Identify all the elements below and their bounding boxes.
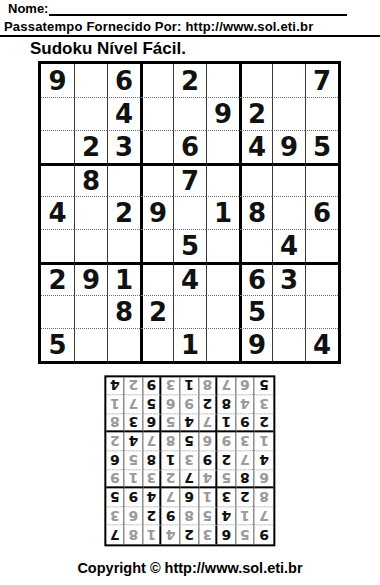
solution-cell-r5c7: 8: [143, 451, 162, 470]
cell-r6c1[interactable]: [41, 229, 74, 262]
solution-cell-r8c4: 2: [199, 396, 218, 415]
solution-cell-r9c5: 1: [180, 377, 199, 396]
cell-r8c7[interactable]: 5: [239, 295, 272, 328]
solution-cell-r2c8: 6: [125, 507, 144, 526]
solution-cell-r3c7: 4: [143, 489, 162, 508]
cell-r9c2[interactable]: [74, 328, 107, 361]
cell-r4c8[interactable]: [272, 163, 305, 196]
cell-r2c7[interactable]: 2: [239, 97, 272, 130]
header-divider: [0, 35, 380, 37]
solution-cell-r6c9: 2: [106, 433, 125, 452]
cell-r5c6[interactable]: 1: [206, 196, 239, 229]
solution-cell-r3c1: 8: [255, 489, 274, 508]
solution-cell-r2c3: 4: [218, 507, 237, 526]
cell-r8c5[interactable]: [173, 295, 206, 328]
solution-cell-r5c6: 1: [162, 451, 181, 470]
solution-cell-r4c3: 5: [218, 470, 237, 489]
cell-r4c9[interactable]: [305, 163, 338, 196]
cell-r8c2[interactable]: [74, 295, 107, 328]
solution-cell-r8c7: 5: [143, 396, 162, 415]
solution-cell-r3c3: 3: [218, 489, 237, 508]
cell-r6c2[interactable]: [74, 229, 107, 262]
solution-cell-r7c1: 2: [255, 414, 274, 433]
cell-r2c8[interactable]: [272, 97, 305, 130]
solution-cell-r8c9: 1: [106, 396, 125, 415]
cell-r7c3[interactable]: 1: [107, 262, 140, 295]
solution-cell-r8c3: 8: [218, 396, 237, 415]
solution-cell-r3c6: 7: [162, 489, 181, 508]
solution-cell-r4c6: 2: [162, 470, 181, 489]
solution-cell-r9c9: 4: [106, 377, 125, 396]
cell-r5c4[interactable]: 9: [140, 196, 173, 229]
cell-r1c6[interactable]: [206, 64, 239, 97]
name-label: Nome:: [8, 2, 48, 16]
cell-r6c6[interactable]: [206, 229, 239, 262]
solution-cell-r8c5: 9: [180, 396, 199, 415]
solution-cell-r9c2: 6: [236, 377, 255, 396]
solution-cell-r7c7: 6: [143, 414, 162, 433]
solution-cell-r5c4: 9: [199, 451, 218, 470]
solution-cell-r1c1: 9: [255, 526, 274, 545]
cell-r6c5[interactable]: 5: [173, 229, 206, 262]
cell-r7c9[interactable]: [305, 262, 338, 295]
cell-r2c6[interactable]: 9: [206, 97, 239, 130]
solution-cell-r2c9: 3: [106, 507, 125, 526]
cell-r3c5[interactable]: 6: [173, 130, 206, 163]
solution-cell-r5c5: 3: [180, 451, 199, 470]
name-row: Nome:: [8, 2, 347, 16]
solution-cell-r6c4: 6: [199, 433, 218, 452]
cell-r3c4[interactable]: [140, 130, 173, 163]
solution-cell-r8c2: 4: [236, 396, 255, 415]
solution-cell-r1c5: 2: [180, 526, 199, 545]
solution-cell-r1c2: 5: [236, 526, 255, 545]
worksheet-page: Nome: Passatempo Fornecido Por: http://w…: [0, 0, 380, 585]
solution-cell-r5c2: 7: [236, 451, 255, 470]
cell-r9c5[interactable]: 1: [173, 328, 206, 361]
cell-r4c6[interactable]: [206, 163, 239, 196]
solution-cell-r5c1: 4: [255, 451, 274, 470]
solution-cell-r9c4: 8: [199, 377, 218, 396]
solution-cell-r6c2: 3: [236, 433, 255, 452]
cell-r6c7[interactable]: [239, 229, 272, 262]
cell-r7c6[interactable]: [206, 262, 239, 295]
cell-r9c3[interactable]: [107, 328, 140, 361]
cell-r5c3[interactable]: 2: [107, 196, 140, 229]
solution-cell-r7c5: 4: [180, 414, 199, 433]
cell-r6c3[interactable]: [107, 229, 140, 262]
solution-cell-r7c9: 8: [106, 414, 125, 433]
solution-cell-r2c4: 5: [199, 507, 218, 526]
cell-r3c1[interactable]: [41, 130, 74, 163]
solution-cell-r8c1: 3: [255, 396, 274, 415]
cell-r9c1[interactable]: 5: [41, 328, 74, 361]
solution-cell-r2c5: 8: [180, 507, 199, 526]
cell-r2c3[interactable]: 4: [107, 97, 140, 130]
cell-r2c4[interactable]: [140, 97, 173, 130]
cell-r1c1[interactable]: 9: [41, 64, 74, 97]
cell-r7c7[interactable]: 6: [239, 262, 272, 295]
solution-cell-r3c4: 1: [199, 489, 218, 508]
name-blank-line: [49, 2, 347, 16]
solution-cell-r5c8: 5: [125, 451, 144, 470]
solution-cell-r9c1: 5: [255, 377, 274, 396]
provider-line: Passatempo Fornecido Por: http://www.sol…: [4, 19, 313, 34]
solution-cell-r4c4: 4: [199, 470, 218, 489]
cell-r7c5[interactable]: 4: [173, 262, 206, 295]
cell-r3c2[interactable]: 2: [74, 130, 107, 163]
solution-cell-r7c2: 9: [236, 414, 255, 433]
cell-r4c3[interactable]: [107, 163, 140, 196]
solution-cell-r7c3: 1: [218, 414, 237, 433]
cell-r3c8[interactable]: 9: [272, 130, 305, 163]
cell-r1c9[interactable]: 7: [305, 64, 338, 97]
solution-cell-r6c7: 7: [143, 433, 162, 452]
solution-cell-r9c6: 3: [162, 377, 181, 396]
solution-cell-r6c1: 1: [255, 433, 274, 452]
solution-cell-r2c2: 1: [236, 507, 255, 526]
solution-cell-r9c3: 7: [218, 377, 237, 396]
cell-r3c6[interactable]: [206, 130, 239, 163]
solution-cell-r6c8: 4: [125, 433, 144, 452]
cell-r5c5[interactable]: [173, 196, 206, 229]
cell-r9c8[interactable]: [272, 328, 305, 361]
solution-cell-r5c3: 2: [218, 451, 237, 470]
cell-r1c5[interactable]: 2: [173, 64, 206, 97]
cell-r2c9[interactable]: [305, 97, 338, 130]
copyright-line: Copyright © http://www.sol.eti.br: [0, 560, 380, 576]
cell-r8c8[interactable]: [272, 295, 305, 328]
solution-cell-r9c8: 2: [125, 377, 144, 396]
cell-r8c3[interactable]: 8: [107, 295, 140, 328]
solution-cell-r2c1: 7: [255, 507, 274, 526]
cell-r1c4[interactable]: [140, 64, 173, 97]
cell-r4c5[interactable]: 7: [173, 163, 206, 196]
cell-r2c1[interactable]: [41, 97, 74, 130]
solution-cell-r3c9: 5: [106, 489, 125, 508]
solution-cell-r6c5: 5: [180, 433, 199, 452]
cell-r2c5[interactable]: [173, 97, 206, 130]
sudoku-grid: 962749223649587429186542914638255194: [38, 61, 341, 364]
cell-r5c7[interactable]: 8: [239, 196, 272, 229]
cell-r7c2[interactable]: 9: [74, 262, 107, 295]
solution-cell-r8c8: 7: [125, 396, 144, 415]
solution-cell-r4c5: 7: [180, 470, 199, 489]
solution-cell-r4c1: 6: [255, 470, 274, 489]
solution-cell-r1c7: 1: [143, 526, 162, 545]
cell-r9c6[interactable]: [206, 328, 239, 361]
solution-cell-r3c2: 2: [236, 489, 255, 508]
cell-r4c7[interactable]: [239, 163, 272, 196]
cell-r3c7[interactable]: 4: [239, 130, 272, 163]
cell-r3c3[interactable]: 3: [107, 130, 140, 163]
solution-cell-r3c8: 9: [125, 489, 144, 508]
solution-cell-r6c3: 9: [218, 433, 237, 452]
page-title: Sudoku Nível Fácil.: [30, 39, 186, 59]
cell-r7c4[interactable]: [140, 262, 173, 295]
solution-cell-r4c8: 1: [125, 470, 144, 489]
cell-r1c8[interactable]: [272, 64, 305, 97]
solution-cell-r9c7: 9: [143, 377, 162, 396]
solution-cell-r4c2: 8: [236, 470, 255, 489]
solution-cell-r1c3: 6: [218, 526, 237, 545]
cell-r8c9[interactable]: [305, 295, 338, 328]
solution-cell-r2c7: 2: [143, 507, 162, 526]
cell-r2c2[interactable]: [74, 97, 107, 130]
solution-cell-r4c9: 9: [106, 470, 125, 489]
cell-r4c2[interactable]: 8: [74, 163, 107, 196]
solution-cell-r1c4: 3: [199, 526, 218, 545]
solution-cell-r5c9: 6: [106, 451, 125, 470]
cell-r7c1[interactable]: 2: [41, 262, 74, 295]
solution-cell-r6c6: 8: [162, 433, 181, 452]
cell-r4c1[interactable]: [41, 163, 74, 196]
solution-cell-r3c5: 6: [180, 489, 199, 508]
cell-r5c9[interactable]: 6: [305, 196, 338, 229]
cell-r5c1[interactable]: 4: [41, 196, 74, 229]
solution-cell-r2c6: 9: [162, 507, 181, 526]
solution-cell-r8c6: 6: [162, 396, 181, 415]
solution-cell-r1c8: 8: [125, 526, 144, 545]
cell-r8c6[interactable]: [206, 295, 239, 328]
cell-r4c4[interactable]: [140, 163, 173, 196]
solution-cell-r7c8: 3: [125, 414, 144, 433]
cell-r7c8[interactable]: 3: [272, 262, 305, 295]
cell-r8c1[interactable]: [41, 295, 74, 328]
solution-cell-r1c9: 7: [106, 526, 125, 545]
cell-r9c7[interactable]: 9: [239, 328, 272, 361]
cell-r6c8[interactable]: 4: [272, 229, 305, 262]
cell-r9c9[interactable]: 4: [305, 328, 338, 361]
solution-cell-r1c6: 4: [162, 526, 181, 545]
cell-r1c2[interactable]: [74, 64, 107, 97]
cell-r8c4[interactable]: 2: [140, 295, 173, 328]
solution-grid: 9563241877145892638231674956854723194729…: [104, 375, 275, 546]
solution-cell-r7c4: 7: [199, 414, 218, 433]
cell-r3c9[interactable]: 5: [305, 130, 338, 163]
cell-r9c4[interactable]: [140, 328, 173, 361]
cell-r6c9[interactable]: [305, 229, 338, 262]
solution-cell-r4c7: 3: [143, 470, 162, 489]
cell-r5c8[interactable]: [272, 196, 305, 229]
cell-r6c4[interactable]: [140, 229, 173, 262]
cell-r1c3[interactable]: 6: [107, 64, 140, 97]
cell-r1c7[interactable]: [239, 64, 272, 97]
cell-r5c2[interactable]: [74, 196, 107, 229]
solution-cell-r7c6: 5: [162, 414, 181, 433]
